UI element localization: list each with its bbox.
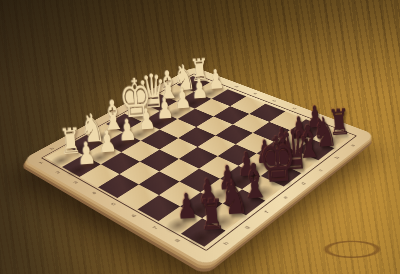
piece-white-pawn-b2[interactable]: ♟ <box>190 75 209 103</box>
piece-white-pawn-a2[interactable]: ♟ <box>207 66 225 94</box>
piece-white-pawn-d2[interactable]: ♟ <box>155 94 174 124</box>
piece-white-pawn-e2[interactable]: ♟ <box>137 104 157 134</box>
piece-black-pawn-h7[interactable]: ♟ <box>175 189 199 225</box>
piece-white-pawn-f2[interactable]: ♟ <box>117 115 137 146</box>
piece-white-pawn-g2[interactable]: ♟ <box>97 126 118 157</box>
piece-white-pawn-c2[interactable]: ♟ <box>173 84 192 113</box>
piece-white-pawn-h2[interactable]: ♟ <box>76 138 97 170</box>
piece-black-rook-h8[interactable]: ♜ <box>198 195 223 238</box>
